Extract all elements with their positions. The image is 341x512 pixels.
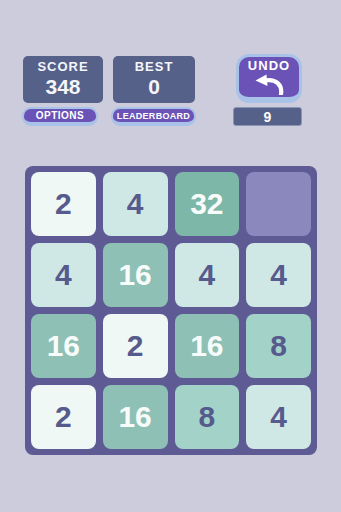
tile-2-r4c1: 2	[31, 385, 96, 449]
tile-4-r2c1: 4	[31, 243, 96, 307]
tile-2-r1c1: 2	[31, 172, 96, 236]
tile-16-r4c2: 16	[103, 385, 168, 449]
tile-4-r1c2: 4	[103, 172, 168, 236]
tile-2-r3c2: 2	[103, 314, 168, 378]
undo-button[interactable]: UNDO	[236, 54, 302, 103]
score-label: SCORE	[37, 60, 88, 75]
undo-count-value: 9	[264, 109, 272, 125]
tile-4-r2c4: 4	[246, 243, 311, 307]
options-button[interactable]: OPTIONS	[22, 107, 98, 126]
tile-16-r2c2: 16	[103, 243, 168, 307]
undo-button-label: UNDO	[248, 58, 290, 73]
empty-cell-r1c4	[246, 172, 311, 236]
leaderboard-button-label: LEADERBOARD	[117, 111, 190, 121]
best-value: 0	[148, 75, 160, 98]
game-screen: SCORE 348 BEST 0 UNDO OPTIONS LEADERBOAR…	[0, 0, 341, 512]
tile-16-r3c1: 16	[31, 314, 96, 378]
best-label: BEST	[135, 60, 174, 75]
undo-arrow-icon	[254, 73, 284, 98]
options-button-label: OPTIONS	[36, 110, 85, 121]
tile-4-r2c3: 4	[175, 243, 240, 307]
undo-count-box: 9	[233, 107, 302, 126]
tile-4-r4c4: 4	[246, 385, 311, 449]
score-value: 348	[45, 75, 80, 98]
tile-8-r3c4: 8	[246, 314, 311, 378]
tile-16-r3c3: 16	[175, 314, 240, 378]
score-box: SCORE 348	[23, 56, 103, 103]
game-board[interactable]: 24324164416216821684	[25, 166, 317, 455]
tile-8-r4c3: 8	[175, 385, 240, 449]
tile-32-r1c3: 32	[175, 172, 240, 236]
best-box: BEST 0	[113, 56, 195, 103]
leaderboard-button[interactable]: LEADERBOARD	[111, 107, 196, 126]
